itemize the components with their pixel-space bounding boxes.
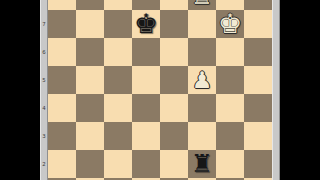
square-a8[interactable] (48, 0, 76, 10)
rank-label-6: 6 (42, 44, 47, 61)
square-g7[interactable]: ♚ (216, 10, 244, 38)
square-f6[interactable] (188, 38, 216, 66)
square-g3[interactable] (216, 122, 244, 150)
square-c1[interactable] (104, 178, 132, 180)
square-b5[interactable] (76, 66, 104, 94)
square-d1[interactable] (132, 178, 160, 180)
square-d2[interactable] (132, 150, 160, 178)
board-frame-right (272, 0, 280, 180)
square-b6[interactable] (76, 38, 104, 66)
board-frame-left: 765432 (40, 0, 48, 180)
square-b7[interactable] (76, 10, 104, 38)
square-d3[interactable] (132, 122, 160, 150)
square-b4[interactable] (76, 94, 104, 122)
board-clip: ♜♚♚♟♜ (48, 0, 272, 180)
square-c2[interactable] (104, 150, 132, 178)
square-h6[interactable] (244, 38, 272, 66)
rank-label-7: 7 (42, 16, 47, 33)
square-b2[interactable] (76, 150, 104, 178)
square-a7[interactable] (48, 10, 76, 38)
square-a6[interactable] (48, 38, 76, 66)
square-e3[interactable] (160, 122, 188, 150)
square-h7[interactable] (244, 10, 272, 38)
square-e8[interactable] (160, 0, 188, 10)
square-h1[interactable] (244, 178, 272, 180)
square-g5[interactable] (216, 66, 244, 94)
rank-label-5: 5 (42, 72, 47, 89)
square-g4[interactable] (216, 94, 244, 122)
square-c5[interactable] (104, 66, 132, 94)
square-c4[interactable] (104, 94, 132, 122)
square-g1[interactable] (216, 178, 244, 180)
square-h3[interactable] (244, 122, 272, 150)
black-rook-f2[interactable]: ♜ (188, 150, 216, 178)
square-c7[interactable] (104, 10, 132, 38)
square-a3[interactable] (48, 122, 76, 150)
square-f1[interactable] (188, 178, 216, 180)
square-e2[interactable] (160, 150, 188, 178)
square-g6[interactable] (216, 38, 244, 66)
video-frame: 765432 ♜♚♚♟♜ (0, 0, 320, 180)
square-a2[interactable] (48, 150, 76, 178)
square-g2[interactable] (216, 150, 244, 178)
square-f7[interactable] (188, 10, 216, 38)
square-f2[interactable]: ♜ (188, 150, 216, 178)
square-d7[interactable]: ♚ (132, 10, 160, 38)
square-a4[interactable] (48, 94, 76, 122)
square-h5[interactable] (244, 66, 272, 94)
square-e6[interactable] (160, 38, 188, 66)
square-h8[interactable] (244, 0, 272, 10)
square-d6[interactable] (132, 38, 160, 66)
square-a1[interactable] (48, 178, 76, 180)
square-f4[interactable] (188, 94, 216, 122)
square-a5[interactable] (48, 66, 76, 94)
white-pawn-f5[interactable]: ♟ (188, 66, 216, 94)
square-c3[interactable] (104, 122, 132, 150)
white-rook-f8[interactable]: ♜ (188, 0, 216, 10)
white-king-g7[interactable]: ♚ (216, 10, 244, 38)
square-b8[interactable] (76, 0, 104, 10)
square-h4[interactable] (244, 94, 272, 122)
rank-label-2: 2 (42, 156, 47, 173)
square-c6[interactable] (104, 38, 132, 66)
square-f3[interactable] (188, 122, 216, 150)
rank-label-4: 4 (42, 100, 47, 117)
square-f5[interactable]: ♟ (188, 66, 216, 94)
square-b1[interactable] (76, 178, 104, 180)
square-f8[interactable]: ♜ (188, 0, 216, 10)
square-d5[interactable] (132, 66, 160, 94)
square-d4[interactable] (132, 94, 160, 122)
square-e5[interactable] (160, 66, 188, 94)
square-e4[interactable] (160, 94, 188, 122)
black-king-d7[interactable]: ♚ (132, 10, 160, 38)
chess-board: ♜♚♚♟♜ (48, 0, 272, 180)
square-h2[interactable] (244, 150, 272, 178)
square-b3[interactable] (76, 122, 104, 150)
square-c8[interactable] (104, 0, 132, 10)
square-e7[interactable] (160, 10, 188, 38)
rank-label-3: 3 (42, 128, 47, 145)
square-e1[interactable] (160, 178, 188, 180)
